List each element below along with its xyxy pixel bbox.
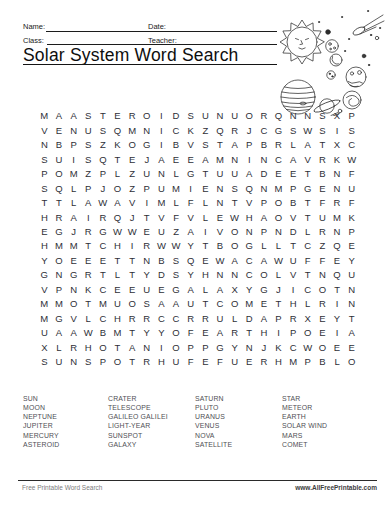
grid-cell[interactable]: E — [271, 167, 286, 181]
grid-cell[interactable]: Y — [344, 253, 359, 267]
grid-cell[interactable]: O — [110, 355, 125, 369]
grid-cell[interactable]: O — [125, 297, 140, 311]
grid-cell[interactable]: C — [242, 253, 257, 267]
grid-cell[interactable]: V — [154, 210, 169, 224]
grid-cell[interactable]: G — [52, 225, 67, 239]
grid-cell[interactable]: A — [227, 253, 242, 267]
grid-cell[interactable]: C — [300, 239, 315, 253]
grid-cell[interactable]: V — [183, 138, 198, 152]
grid-cell[interactable]: A — [66, 109, 81, 123]
grid-cell[interactable]: E — [139, 225, 154, 239]
grid-cell[interactable]: B — [257, 138, 272, 152]
grid-cell[interactable]: M — [37, 297, 52, 311]
grid-cell[interactable]: I — [198, 225, 213, 239]
grid-cell[interactable]: P — [81, 181, 96, 195]
grid-cell[interactable]: E — [110, 282, 125, 296]
grid-cell[interactable]: O — [52, 167, 67, 181]
grid-cell[interactable]: S — [344, 123, 359, 137]
grid-cell[interactable]: I — [242, 152, 257, 166]
grid-cell[interactable]: T — [37, 196, 52, 210]
grid-cell[interactable]: P — [37, 167, 52, 181]
grid-cell[interactable]: Y — [330, 311, 345, 325]
grid-cell[interactable]: E — [344, 340, 359, 354]
grid-cell[interactable]: S — [96, 123, 111, 137]
grid-cell[interactable]: W — [96, 196, 111, 210]
grid-cell[interactable]: G — [37, 268, 52, 282]
grid-cell[interactable]: O — [227, 239, 242, 253]
grid-cell[interactable]: X — [300, 311, 315, 325]
grid-cell[interactable]: Y — [227, 340, 242, 354]
grid-cell[interactable]: O — [169, 340, 184, 354]
grid-cell[interactable]: R — [315, 297, 330, 311]
grid-cell[interactable]: E — [81, 253, 96, 267]
grid-cell[interactable]: A — [81, 196, 96, 210]
grid-cell[interactable]: T — [344, 311, 359, 325]
grid-cell[interactable]: O — [227, 225, 242, 239]
grid-cell[interactable]: A — [169, 297, 184, 311]
grid-cell[interactable]: E — [286, 167, 301, 181]
grid-cell[interactable]: L — [198, 196, 213, 210]
grid-cell[interactable]: U — [198, 109, 213, 123]
grid-cell[interactable]: C — [169, 123, 184, 137]
grid-cell[interactable]: A — [213, 326, 228, 340]
grid-cell[interactable]: S — [315, 123, 330, 137]
grid-cell[interactable]: G — [213, 340, 228, 354]
grid-cell[interactable]: E — [96, 253, 111, 267]
grid-cell[interactable]: A — [183, 225, 198, 239]
grid-cell[interactable]: U — [154, 181, 169, 195]
grid-cell[interactable]: I — [125, 239, 140, 253]
grid-cell[interactable]: A — [257, 210, 272, 224]
grid-cell[interactable]: I — [330, 297, 345, 311]
grid-cell[interactable]: T — [213, 138, 228, 152]
grid-cell[interactable]: N — [66, 355, 81, 369]
grid-cell[interactable]: N — [213, 109, 228, 123]
grid-cell[interactable]: R — [139, 239, 154, 253]
grid-cell[interactable]: R — [183, 311, 198, 325]
grid-cell[interactable]: N — [66, 282, 81, 296]
grid-cell[interactable]: A — [183, 282, 198, 296]
grid-cell[interactable]: S — [315, 109, 330, 123]
grid-cell[interactable]: Q — [110, 123, 125, 137]
grid-cell[interactable]: M — [154, 196, 169, 210]
grid-cell[interactable]: C — [96, 239, 111, 253]
grid-cell[interactable]: R — [198, 311, 213, 325]
grid-cell[interactable]: A — [242, 167, 257, 181]
grid-cell[interactable]: Y — [183, 239, 198, 253]
grid-cell[interactable]: E — [169, 152, 184, 166]
grid-cell[interactable]: H — [110, 311, 125, 325]
grid-cell[interactable]: F — [300, 253, 315, 267]
grid-cell[interactable]: E — [37, 225, 52, 239]
grid-cell[interactable]: N — [315, 268, 330, 282]
grid-cell[interactable]: T — [110, 253, 125, 267]
grid-cell[interactable]: C — [213, 297, 228, 311]
grid-cell[interactable]: B — [96, 326, 111, 340]
grid-cell[interactable]: P — [96, 167, 111, 181]
grid-cell[interactable]: W — [125, 225, 140, 239]
grid-cell[interactable]: S — [198, 138, 213, 152]
grid-cell[interactable]: G — [242, 239, 257, 253]
grid-cell[interactable]: V — [213, 225, 228, 239]
grid-cell[interactable]: R — [286, 311, 301, 325]
grid-cell[interactable]: N — [139, 340, 154, 354]
grid-cell[interactable]: P — [139, 181, 154, 195]
grid-cell[interactable]: M — [330, 210, 345, 224]
grid-cell[interactable]: U — [344, 268, 359, 282]
grid-cell[interactable]: D — [257, 167, 272, 181]
grid-cell[interactable]: E — [242, 355, 257, 369]
grid-cell[interactable]: X — [227, 282, 242, 296]
grid-cell[interactable]: E — [257, 297, 272, 311]
word-search-grid[interactable]: MAASTEROIDSUNUORQNNSXPVENUSQMNICKZQRJCGS… — [37, 109, 359, 369]
grid-cell[interactable]: G — [300, 181, 315, 195]
grid-cell[interactable]: T — [81, 297, 96, 311]
grid-cell[interactable]: P — [198, 340, 213, 354]
grid-cell[interactable]: O — [139, 109, 154, 123]
grid-cell[interactable]: R — [66, 340, 81, 354]
grid-cell[interactable]: T — [125, 326, 140, 340]
grid-cell[interactable]: T — [271, 297, 286, 311]
grid-cell[interactable]: D — [169, 109, 184, 123]
grid-cell[interactable]: E — [213, 210, 228, 224]
grid-cell[interactable]: F — [183, 326, 198, 340]
grid-cell[interactable]: F — [169, 210, 184, 224]
grid-cell[interactable]: U — [315, 210, 330, 224]
grid-cell[interactable]: S — [169, 253, 184, 267]
grid-cell[interactable]: T — [198, 297, 213, 311]
grid-cell[interactable]: X — [37, 340, 52, 354]
grid-cell[interactable]: I — [286, 282, 301, 296]
grid-cell[interactable]: D — [242, 311, 257, 325]
grid-cell[interactable]: P — [257, 196, 272, 210]
grid-cell[interactable]: H — [154, 355, 169, 369]
grid-cell[interactable]: A — [154, 152, 169, 166]
grid-cell[interactable]: J — [96, 181, 111, 195]
grid-cell[interactable]: O — [315, 340, 330, 354]
grid-cell[interactable]: P — [183, 340, 198, 354]
grid-cell[interactable]: F — [315, 196, 330, 210]
grid-cell[interactable]: K — [183, 123, 198, 137]
grid-cell[interactable]: P — [300, 355, 315, 369]
grid-cell[interactable]: H — [242, 210, 257, 224]
grid-cell[interactable]: I — [154, 109, 169, 123]
grid-cell[interactable]: M — [66, 167, 81, 181]
grid-cell[interactable]: T — [242, 326, 257, 340]
grid-cell[interactable]: U — [213, 311, 228, 325]
grid-cell[interactable]: I — [183, 181, 198, 195]
grid-cell[interactable]: L — [300, 225, 315, 239]
grid-cell[interactable]: N — [154, 167, 169, 181]
grid-cell[interactable]: U — [139, 167, 154, 181]
grid-cell[interactable]: H — [110, 239, 125, 253]
grid-cell[interactable]: I — [66, 152, 81, 166]
grid-cell[interactable]: O — [227, 297, 242, 311]
grid-cell[interactable]: H — [81, 340, 96, 354]
grid-cell[interactable]: A — [52, 109, 67, 123]
grid-cell[interactable]: Y — [154, 326, 169, 340]
grid-cell[interactable]: A — [286, 152, 301, 166]
grid-cell[interactable]: N — [286, 109, 301, 123]
grid-cell[interactable]: K — [81, 282, 96, 296]
grid-cell[interactable]: F — [315, 253, 330, 267]
grid-cell[interactable]: T — [52, 196, 67, 210]
grid-cell[interactable]: O — [96, 340, 111, 354]
grid-cell[interactable]: N — [66, 123, 81, 137]
grid-cell[interactable]: S — [169, 268, 184, 282]
grid-cell[interactable]: C — [257, 123, 272, 137]
grid-cell[interactable]: A — [66, 326, 81, 340]
grid-cell[interactable]: J — [139, 152, 154, 166]
grid-cell[interactable]: A — [66, 210, 81, 224]
grid-cell[interactable]: O — [271, 210, 286, 224]
grid-cell[interactable]: L — [330, 355, 345, 369]
grid-cell[interactable]: O — [271, 196, 286, 210]
grid-cell[interactable]: R — [257, 109, 272, 123]
grid-cell[interactable]: J — [271, 282, 286, 296]
grid-cell[interactable]: B — [169, 138, 184, 152]
grid-cell[interactable]: M — [37, 109, 52, 123]
grid-cell[interactable]: N — [330, 181, 345, 195]
grid-cell[interactable]: Z — [125, 181, 140, 195]
grid-cell[interactable]: O — [257, 268, 272, 282]
grid-cell[interactable]: Q — [330, 239, 345, 253]
grid-cell[interactable]: R — [125, 311, 140, 325]
grid-cell[interactable]: U — [110, 297, 125, 311]
grid-cell[interactable]: U — [81, 123, 96, 137]
grid-cell[interactable]: D — [154, 268, 169, 282]
grid-cell[interactable]: Y — [139, 268, 154, 282]
grid-cell[interactable]: E — [183, 152, 198, 166]
grid-cell[interactable]: L — [198, 210, 213, 224]
grid-cell[interactable]: L — [286, 138, 301, 152]
grid-cell[interactable]: C — [169, 311, 184, 325]
grid-cell[interactable]: L — [198, 282, 213, 296]
grid-cell[interactable]: W — [81, 326, 96, 340]
grid-cell[interactable]: G — [139, 138, 154, 152]
grid-cell[interactable]: L — [271, 239, 286, 253]
grid-cell[interactable]: U — [286, 253, 301, 267]
grid-cell[interactable]: S — [37, 355, 52, 369]
grid-cell[interactable]: H — [257, 326, 272, 340]
grid-cell[interactable]: S — [286, 123, 301, 137]
grid-cell[interactable]: E — [198, 326, 213, 340]
grid-cell[interactable]: A — [257, 253, 272, 267]
grid-cell[interactable]: N — [37, 138, 52, 152]
grid-cell[interactable]: P — [257, 225, 272, 239]
grid-cell[interactable]: W — [300, 340, 315, 354]
grid-cell[interactable]: G — [271, 123, 286, 137]
grid-cell[interactable]: A — [213, 282, 228, 296]
grid-cell[interactable]: S — [81, 109, 96, 123]
grid-cell[interactable]: C — [271, 152, 286, 166]
grid-cell[interactable]: K — [330, 152, 345, 166]
grid-cell[interactable]: M — [110, 326, 125, 340]
grid-cell[interactable]: N — [213, 268, 228, 282]
grid-cell[interactable]: R — [139, 355, 154, 369]
grid-cell[interactable]: H — [37, 210, 52, 224]
grid-cell[interactable]: T — [198, 239, 213, 253]
grid-cell[interactable]: Z — [81, 167, 96, 181]
grid-cell[interactable]: I — [154, 138, 169, 152]
grid-cell[interactable]: E — [198, 355, 213, 369]
grid-cell[interactable]: J — [242, 123, 257, 137]
grid-cell[interactable]: Q — [183, 253, 198, 267]
grid-cell[interactable]: O — [344, 355, 359, 369]
grid-cell[interactable]: N — [344, 297, 359, 311]
grid-cell[interactable]: O — [125, 138, 140, 152]
grid-cell[interactable]: S — [81, 138, 96, 152]
grid-cell[interactable]: M — [66, 239, 81, 253]
grid-cell[interactable]: T — [139, 210, 154, 224]
grid-cell[interactable]: V — [286, 210, 301, 224]
grid-cell[interactable]: B — [52, 138, 67, 152]
grid-cell[interactable]: N — [344, 282, 359, 296]
grid-cell[interactable]: E — [52, 123, 67, 137]
grid-cell[interactable]: A — [198, 152, 213, 166]
grid-cell[interactable]: Q — [52, 181, 67, 195]
grid-cell[interactable]: E — [198, 181, 213, 195]
grid-cell[interactable]: U — [227, 355, 242, 369]
grid-cell[interactable]: T — [286, 239, 301, 253]
grid-cell[interactable]: R — [227, 123, 242, 137]
grid-cell[interactable]: R — [139, 311, 154, 325]
grid-cell[interactable]: M — [242, 297, 257, 311]
grid-cell[interactable]: O — [52, 253, 67, 267]
grid-cell[interactable]: C — [96, 282, 111, 296]
grid-cell[interactable]: P — [96, 355, 111, 369]
grid-cell[interactable]: R — [81, 225, 96, 239]
grid-cell[interactable]: L — [52, 340, 67, 354]
grid-cell[interactable]: Q — [330, 268, 345, 282]
grid-cell[interactable]: L — [271, 268, 286, 282]
grid-cell[interactable]: N — [227, 152, 242, 166]
grid-cell[interactable]: J — [66, 225, 81, 239]
grid-cell[interactable]: G — [169, 282, 184, 296]
grid-cell[interactable]: O — [315, 282, 330, 296]
grid-cell[interactable]: T — [300, 167, 315, 181]
grid-cell[interactable]: N — [139, 123, 154, 137]
grid-cell[interactable]: R — [315, 225, 330, 239]
grid-cell[interactable]: U — [52, 355, 67, 369]
grid-cell[interactable]: R — [330, 196, 345, 210]
grid-cell[interactable]: H — [286, 297, 301, 311]
grid-cell[interactable]: P — [286, 181, 301, 195]
grid-cell[interactable]: Y — [37, 253, 52, 267]
grid-cell[interactable]: P — [286, 326, 301, 340]
grid-cell[interactable]: H — [198, 268, 213, 282]
grid-cell[interactable]: L — [169, 196, 184, 210]
grid-cell[interactable]: J — [257, 340, 272, 354]
grid-cell[interactable]: W — [300, 123, 315, 137]
grid-cell[interactable]: A — [300, 138, 315, 152]
grid-cell[interactable]: L — [66, 196, 81, 210]
grid-cell[interactable]: E — [125, 152, 140, 166]
grid-cell[interactable]: Q — [96, 152, 111, 166]
grid-cell[interactable]: C — [344, 138, 359, 152]
grid-cell[interactable]: T — [125, 355, 140, 369]
grid-cell[interactable]: A — [227, 138, 242, 152]
grid-cell[interactable]: S — [37, 152, 52, 166]
grid-cell[interactable]: T — [198, 167, 213, 181]
grid-cell[interactable]: B — [315, 355, 330, 369]
grid-cell[interactable]: T — [125, 253, 140, 267]
grid-cell[interactable]: E — [315, 311, 330, 325]
grid-cell[interactable]: R — [227, 326, 242, 340]
grid-cell[interactable]: R — [315, 152, 330, 166]
grid-cell[interactable]: T — [315, 138, 330, 152]
grid-cell[interactable]: I — [154, 123, 169, 137]
grid-cell[interactable]: F — [183, 196, 198, 210]
grid-cell[interactable]: N — [227, 268, 242, 282]
grid-cell[interactable]: E — [125, 282, 140, 296]
grid-cell[interactable]: E — [110, 109, 125, 123]
grid-cell[interactable]: V — [125, 196, 140, 210]
grid-cell[interactable]: K — [344, 210, 359, 224]
grid-cell[interactable]: F — [344, 196, 359, 210]
grid-cell[interactable]: O — [300, 326, 315, 340]
grid-cell[interactable]: P — [242, 138, 257, 152]
grid-cell[interactable]: S — [183, 109, 198, 123]
grid-cell[interactable]: V — [183, 210, 198, 224]
grid-cell[interactable]: E — [344, 239, 359, 253]
grid-cell[interactable]: S — [227, 181, 242, 195]
grid-cell[interactable]: U — [227, 167, 242, 181]
grid-cell[interactable]: N — [242, 225, 257, 239]
grid-cell[interactable]: Q — [110, 210, 125, 224]
grid-cell[interactable]: D — [286, 225, 301, 239]
grid-cell[interactable]: N — [300, 109, 315, 123]
grid-cell[interactable]: B — [154, 253, 169, 267]
grid-cell[interactable]: Y — [183, 268, 198, 282]
grid-cell[interactable]: L — [300, 297, 315, 311]
grid-cell[interactable]: Y — [139, 326, 154, 340]
grid-cell[interactable]: W — [227, 210, 242, 224]
grid-cell[interactable]: A — [125, 340, 140, 354]
grid-cell[interactable]: E — [154, 282, 169, 296]
grid-cell[interactable]: L — [110, 268, 125, 282]
grid-cell[interactable]: O — [110, 181, 125, 195]
grid-cell[interactable]: N — [330, 225, 345, 239]
grid-cell[interactable]: U — [139, 282, 154, 296]
grid-cell[interactable]: T — [96, 268, 111, 282]
grid-cell[interactable]: M — [169, 181, 184, 195]
grid-cell[interactable]: L — [66, 181, 81, 195]
grid-cell[interactable]: Q — [213, 123, 228, 137]
grid-cell[interactable]: S — [37, 181, 52, 195]
grid-cell[interactable]: M — [96, 297, 111, 311]
grid-cell[interactable]: P — [52, 282, 67, 296]
grid-cell[interactable]: E — [330, 253, 345, 267]
grid-cell[interactable]: C — [300, 282, 315, 296]
grid-cell[interactable]: O — [242, 109, 257, 123]
grid-cell[interactable]: H — [37, 239, 52, 253]
grid-cell[interactable]: U — [213, 167, 228, 181]
grid-cell[interactable]: B — [315, 167, 330, 181]
grid-cell[interactable]: V — [37, 123, 52, 137]
grid-cell[interactable]: U — [344, 181, 359, 195]
grid-cell[interactable]: V — [66, 311, 81, 325]
grid-cell[interactable]: N — [242, 340, 257, 354]
grid-cell[interactable]: A — [257, 311, 272, 325]
grid-cell[interactable]: E — [198, 253, 213, 267]
grid-cell[interactable]: U — [52, 152, 67, 166]
grid-cell[interactable]: P — [66, 138, 81, 152]
grid-cell[interactable]: I — [330, 326, 345, 340]
grid-cell[interactable]: R — [81, 268, 96, 282]
grid-cell[interactable]: A — [110, 196, 125, 210]
grid-cell[interactable]: F — [183, 355, 198, 369]
